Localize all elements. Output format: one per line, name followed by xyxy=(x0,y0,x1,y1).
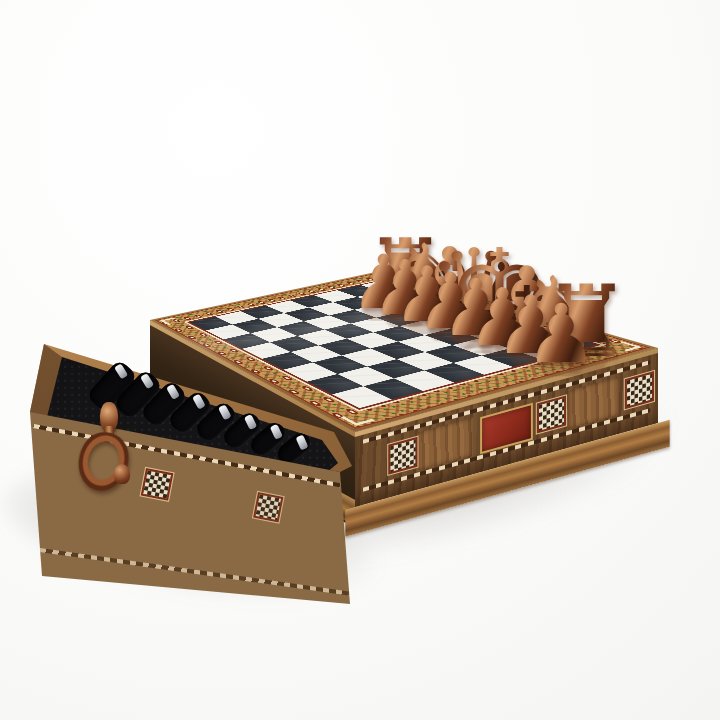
silver-piece-glint xyxy=(296,434,309,450)
silver-piece-glint xyxy=(140,373,154,389)
silver-piece-glint xyxy=(218,404,232,420)
front-checker-inlay-2 xyxy=(537,395,566,433)
silver-piece-glint xyxy=(114,363,128,379)
silver-piece-glint xyxy=(270,424,283,440)
corner-bracket-icon xyxy=(160,318,182,325)
front-checker-inlay-1 xyxy=(388,437,417,475)
drawer-front-checker-inlay-1 xyxy=(141,468,174,501)
drawer-front-inlay-strip-bottom xyxy=(39,548,349,595)
handle-knob xyxy=(114,464,130,484)
product-photo-stage: ♜♜♞♞♝♝♛♛♚♚♝♝♞♞♜♜♟♟♟♟♟♟♟♟♟♟♟♟♟♟♟♟ xyxy=(0,0,720,720)
silver-piece-glint xyxy=(166,384,180,400)
drawer-handle[interactable] xyxy=(74,402,140,512)
drawer-front-checker-inlay-2 xyxy=(253,492,283,522)
silver-piece-glint xyxy=(244,414,257,430)
silver-piece-glint xyxy=(192,394,206,410)
handle-bail-ring xyxy=(69,426,136,499)
copper-pawn-h7: ♟ xyxy=(525,294,598,375)
